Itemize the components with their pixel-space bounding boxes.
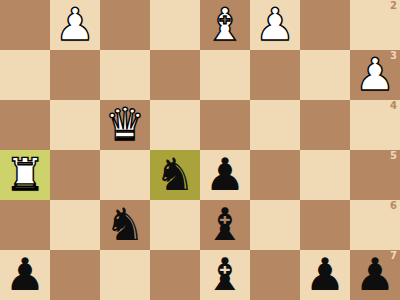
white-queen-f4[interactable]: ♛ [105,102,145,147]
white-rook-h5[interactable]: ♜ [5,152,45,197]
square-b7[interactable]: ♟ [300,250,350,300]
square-f6[interactable]: ♞ [100,200,150,250]
square-b3[interactable] [300,50,350,100]
square-g2[interactable]: ♟ [50,0,100,50]
square-c2[interactable]: ♟ [250,0,300,50]
square-d6[interactable]: ♝ [200,200,250,250]
square-d2[interactable]: ♝ [200,0,250,50]
rank-label-5: 5 [390,151,397,161]
black-bishop-d6[interactable]: ♝ [205,202,245,247]
square-b5[interactable] [300,150,350,200]
black-pawn-h7[interactable]: ♟ [5,252,45,297]
white-bishop-d2[interactable]: ♝ [205,2,245,47]
square-c6[interactable] [250,200,300,250]
square-h3[interactable] [0,50,50,100]
square-e7[interactable] [150,250,200,300]
square-d5[interactable]: ♟ [200,150,250,200]
square-a7[interactable]: ♟7 [350,250,400,300]
square-g7[interactable] [50,250,100,300]
square-e5[interactable]: ♞ [150,150,200,200]
square-f3[interactable] [100,50,150,100]
square-a6[interactable]: 6 [350,200,400,250]
square-g5[interactable] [50,150,100,200]
square-h6[interactable] [0,200,50,250]
black-pawn-b7[interactable]: ♟ [305,252,345,297]
square-h4[interactable] [0,100,50,150]
square-f4[interactable]: ♛ [100,100,150,150]
square-a3[interactable]: ♟3 [350,50,400,100]
square-h7[interactable]: ♟ [0,250,50,300]
black-knight-e5[interactable]: ♞ [155,152,195,197]
square-c4[interactable] [250,100,300,150]
square-h5[interactable]: ♜ [0,150,50,200]
square-a5[interactable]: 5 [350,150,400,200]
square-g3[interactable] [50,50,100,100]
black-pawn-d5[interactable]: ♟ [205,152,245,197]
square-e3[interactable] [150,50,200,100]
rank-label-7: 7 [390,251,397,261]
square-c7[interactable] [250,250,300,300]
square-a4[interactable]: 4 [350,100,400,150]
white-pawn-c2[interactable]: ♟ [255,2,295,47]
square-c3[interactable] [250,50,300,100]
black-knight-f6[interactable]: ♞ [105,202,145,247]
square-f2[interactable] [100,0,150,50]
square-e4[interactable] [150,100,200,150]
rank-label-3: 3 [390,51,397,61]
square-e6[interactable] [150,200,200,250]
square-h2[interactable] [0,0,50,50]
rank-label-6: 6 [390,201,397,211]
white-pawn-g2[interactable]: ♟ [55,2,95,47]
square-d7[interactable]: ♝ [200,250,250,300]
square-g4[interactable] [50,100,100,150]
square-d4[interactable] [200,100,250,150]
square-c5[interactable] [250,150,300,200]
rank-label-2: 2 [390,1,397,11]
black-bishop-d7[interactable]: ♝ [205,252,245,297]
rank-label-4: 4 [390,101,397,111]
chess-board: ♟♝♟2♟3♛4♜♞♟5♞♝6♟♝♟♟7 [0,0,400,300]
square-a2[interactable]: 2 [350,0,400,50]
square-b6[interactable] [300,200,350,250]
square-b2[interactable] [300,0,350,50]
square-e2[interactable] [150,0,200,50]
square-d3[interactable] [200,50,250,100]
square-f5[interactable] [100,150,150,200]
square-b4[interactable] [300,100,350,150]
square-g6[interactable] [50,200,100,250]
square-f7[interactable] [100,250,150,300]
